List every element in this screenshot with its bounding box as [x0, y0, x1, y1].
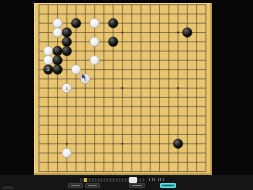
nav-button-3-label: [132, 185, 142, 187]
nav-button-1-label: [71, 185, 80, 187]
stone-R16: [183, 28, 193, 38]
star-point: [121, 87, 123, 89]
go-app-window: 312: [0, 0, 253, 190]
stone-G17: [90, 18, 100, 28]
stone-G15: [90, 37, 100, 47]
stone-C12: [53, 65, 63, 75]
star-point: [66, 143, 68, 145]
stone-C14: [53, 46, 63, 56]
move-slider[interactable]: [80, 177, 145, 182]
move-number-1: 1: [65, 86, 68, 91]
stone-D16: [62, 28, 71, 38]
stone-J17: [108, 18, 118, 28]
board-grid: 312: [34, 3, 212, 175]
go-board[interactable]: 312: [34, 3, 212, 175]
slider-start-tick: [84, 178, 87, 182]
action-button-label: [163, 185, 173, 187]
nav-button-3[interactable]: [129, 183, 145, 188]
stone-J15: [108, 37, 118, 47]
stone-C16: [53, 28, 63, 38]
stone-E12: [71, 65, 81, 75]
star-point: [121, 31, 123, 33]
stone-G13: [90, 56, 100, 66]
star-point: [177, 87, 179, 89]
stone-C13: [53, 56, 63, 66]
move-counter-total: [158, 178, 165, 182]
star-point: [177, 31, 179, 33]
nav-button-2[interactable]: [85, 183, 100, 188]
move-counter-current: [149, 178, 156, 182]
playback-controls: [0, 175, 253, 190]
nav-button-2-label: [88, 185, 97, 187]
stone-Q4: [173, 139, 183, 149]
stone-B13: [44, 56, 54, 66]
corner-status-chip: [3, 186, 13, 189]
stone-E17: [71, 18, 81, 28]
stone-B14: [44, 46, 54, 56]
nav-button-1[interactable]: [68, 183, 83, 188]
stone-D3: [62, 148, 71, 158]
star-point: [121, 143, 123, 145]
stone-D14: [62, 46, 71, 56]
stone-D15: [62, 37, 71, 47]
move-number-2: 2: [47, 67, 50, 72]
action-button[interactable]: [160, 183, 176, 188]
stone-C17: [53, 18, 63, 28]
